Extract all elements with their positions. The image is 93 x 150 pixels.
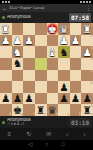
notification-icon [8, 1, 10, 3]
white-rook[interactable]: ♜ [81, 23, 93, 35]
move-forward-icon[interactable]: › [83, 131, 85, 137]
rank-coordinate: 5 [91, 70, 93, 73]
square-h7[interactable]: ♟ [0, 93, 12, 105]
game-title: 10+0 • Rapid • Casual [9, 6, 84, 10]
square-a1[interactable]: ♜1 [81, 23, 93, 35]
black-rook[interactable]: ♜ [81, 104, 93, 116]
square-b5[interactable] [70, 70, 82, 82]
square-c6[interactable]: ♟ [58, 81, 70, 93]
square-e5[interactable] [35, 70, 47, 82]
white-pawn[interactable]: ♟ [0, 35, 12, 47]
square-a5[interactable]: 5 [81, 70, 93, 82]
rank-coordinate: 6 [91, 82, 93, 85]
square-d7[interactable] [47, 93, 59, 105]
signal-icon [80, 1, 82, 3]
square-f4[interactable] [23, 58, 35, 70]
chat-icon[interactable]: ✉ [46, 131, 51, 137]
square-e1[interactable] [35, 23, 47, 35]
player-row: Anonymous ♘♗♙♙ +1 03:19 [0, 116, 93, 128]
square-f3[interactable] [23, 46, 35, 58]
app-window: ← 10+0 • Rapid • Casual ⋮ Anonymous 07:5… [0, 0, 93, 150]
square-a2[interactable]: 2 [81, 35, 93, 47]
square-h2[interactable]: ♟ [0, 35, 12, 47]
square-h1[interactable]: ♜ [0, 23, 12, 35]
opponent-name[interactable]: Anonymous [7, 15, 67, 20]
square-g6[interactable] [12, 81, 24, 93]
square-b3[interactable] [70, 46, 82, 58]
square-c7[interactable]: ♟ [58, 93, 70, 105]
square-g4[interactable]: ♞ [12, 58, 24, 70]
square-e7[interactable] [35, 93, 47, 105]
material-advantage: +1 [21, 122, 25, 126]
square-c2[interactable]: ♟ [58, 35, 70, 47]
square-e3[interactable] [35, 46, 47, 58]
square-d6[interactable] [47, 81, 59, 93]
square-d2[interactable] [47, 35, 59, 47]
white-queen[interactable]: ♛ [58, 23, 70, 35]
black-pawn[interactable]: ♟ [70, 93, 82, 105]
captured-pieces: ♘♗♙♙ +1 [7, 123, 67, 127]
black-queen[interactable]: ♛ [47, 104, 59, 116]
back-icon[interactable]: ← [2, 5, 7, 11]
square-a3[interactable]: ♟3 [81, 46, 93, 58]
status-icons-right [80, 1, 91, 3]
square-d4[interactable] [47, 58, 59, 70]
game-toolbar: ≡↻✉‹› [0, 128, 93, 140]
square-f6[interactable] [23, 81, 35, 93]
square-b4[interactable] [70, 58, 82, 70]
square-g8[interactable]: ♚g [12, 104, 24, 116]
square-g3[interactable]: ♞ [12, 46, 24, 58]
online-indicator [2, 16, 5, 19]
square-h4[interactable] [0, 58, 12, 70]
opponent-clock: 07:58 [69, 13, 91, 22]
last-move-highlight [35, 58, 47, 70]
square-h5[interactable] [0, 70, 12, 82]
white-pawn[interactable]: ♟ [12, 35, 24, 47]
status-icons-left [2, 1, 10, 3]
white-knight[interactable]: ♞ [12, 46, 24, 58]
battery-icon [86, 1, 88, 3]
white-rook[interactable]: ♜ [0, 23, 12, 35]
square-f8[interactable]: f [23, 104, 35, 116]
android-recents-button[interactable]: □ [62, 142, 65, 148]
overflow-menu-icon[interactable]: ⋮ [86, 5, 91, 11]
chess-board[interactable]: ♜♚♛♜1♟♟♟♟♟2♞♝♞♟3♞45♟6♟♟♟♟♟♟7h♚gf♜e♛dcb♜a… [0, 23, 93, 116]
square-b6[interactable] [70, 81, 82, 93]
notification-icon [2, 1, 4, 3]
black-rook[interactable]: ♜ [35, 104, 47, 116]
square-f5[interactable] [23, 70, 35, 82]
opponent-row: Anonymous 07:58 [0, 12, 93, 23]
move-back-icon[interactable]: ‹ [66, 131, 68, 137]
flip-board-icon[interactable]: ↻ [26, 131, 31, 137]
black-knight[interactable]: ♞ [12, 58, 24, 70]
black-pawn[interactable]: ♟ [23, 93, 35, 105]
square-d1[interactable]: ♚ [47, 23, 59, 35]
black-pawn[interactable]: ♟ [12, 93, 24, 105]
android-back-button[interactable]: ◁ [28, 142, 32, 148]
square-c4[interactable] [58, 58, 70, 70]
square-d3[interactable]: ♝ [47, 46, 59, 58]
white-king[interactable]: ♚ [47, 23, 59, 35]
square-a8[interactable]: ♜a8 [81, 104, 93, 116]
square-b8[interactable]: b [70, 104, 82, 116]
wifi-icon [83, 1, 85, 3]
square-c3[interactable]: ♞ [58, 46, 70, 58]
square-g1[interactable] [12, 23, 24, 35]
square-c1[interactable]: ♛ [58, 23, 70, 35]
black-king[interactable]: ♚ [12, 104, 24, 116]
square-g7[interactable]: ♟ [12, 93, 24, 105]
rank-coordinate: 4 [91, 58, 93, 61]
white-pawn[interactable]: ♟ [70, 35, 82, 47]
square-e2[interactable] [35, 35, 47, 47]
square-a6[interactable]: 6 [81, 81, 93, 93]
square-c5[interactable] [58, 70, 70, 82]
square-e6[interactable] [35, 81, 47, 93]
player-clock: 03:19 [69, 118, 91, 127]
clock-icon [89, 1, 91, 3]
black-pawn[interactable]: ♟ [58, 93, 70, 105]
black-pawn[interactable]: ♟ [0, 93, 12, 105]
square-e8[interactable]: ♜e [35, 104, 47, 116]
android-home-button[interactable]: ○ [45, 142, 48, 148]
square-b1[interactable] [70, 23, 82, 35]
square-h3[interactable] [0, 46, 12, 58]
white-pawn[interactable]: ♟ [58, 35, 70, 47]
rank-coordinate: 2 [91, 35, 93, 38]
square-f1[interactable] [23, 23, 35, 35]
square-a4[interactable]: 4 [81, 58, 93, 70]
online-indicator [2, 121, 5, 124]
square-h6[interactable] [0, 81, 12, 93]
app-header: ← 10+0 • Rapid • Casual ⋮ [0, 4, 93, 12]
white-pawn[interactable]: ♟ [81, 46, 93, 58]
white-bishop[interactable]: ♝ [47, 46, 59, 58]
android-nav-bar: ◁○□ [0, 140, 93, 150]
black-knight[interactable]: ♞ [58, 46, 70, 58]
square-g5[interactable] [12, 70, 24, 82]
square-h8[interactable]: h [0, 104, 12, 116]
square-e4[interactable] [35, 58, 47, 70]
white-pawn[interactable]: ♟ [23, 35, 35, 47]
notification-icon [5, 1, 7, 3]
square-f2[interactable]: ♟ [23, 35, 35, 47]
square-g2[interactable]: ♟ [12, 35, 24, 47]
square-f7[interactable]: ♟ [23, 93, 35, 105]
square-d5[interactable] [47, 70, 59, 82]
square-d8[interactable]: ♛d [47, 104, 59, 116]
square-b2[interactable]: ♟ [70, 35, 82, 47]
black-pawn[interactable]: ♟ [81, 93, 93, 105]
square-c8[interactable]: c [58, 104, 70, 116]
square-a7[interactable]: ♟7 [81, 93, 93, 105]
file-coordinate: c [68, 113, 70, 116]
menu-icon[interactable]: ≡ [8, 131, 12, 137]
black-pawn[interactable]: ♟ [58, 81, 70, 93]
square-b7[interactable]: ♟ [70, 93, 82, 105]
